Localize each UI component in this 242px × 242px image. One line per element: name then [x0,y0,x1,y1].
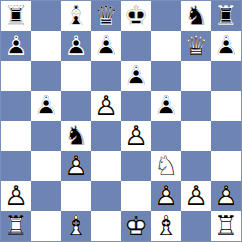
piece-white-pawn[interactable]: ♟♙ [211,181,241,211]
piece-black-rook[interactable]: ♜♖ [1,1,31,31]
chess-board: ♜♖♝♗♛♕♚♔♞♘♜♖♟♙♟♙♟♙♛♕♟♙♟♙♟♙♟♙♟♙♞♘♟♙♟♙♞♘♟♙… [0,0,242,242]
square-d6[interactable] [91,61,121,91]
square-d1[interactable] [91,211,121,241]
square-a2[interactable]: ♟♙ [1,181,31,211]
piece-white-knight[interactable]: ♞♘ [151,151,181,181]
square-b1[interactable] [31,211,61,241]
black-pawn-glyph-outline: ♙ [211,31,241,61]
piece-white-pawn[interactable]: ♟♙ [181,181,211,211]
piece-white-pawn[interactable]: ♟♙ [91,91,121,121]
black-pawn-glyph-outline: ♙ [151,91,181,121]
piece-white-bishop[interactable]: ♝♗ [61,211,91,241]
piece-black-rook[interactable]: ♜♖ [211,1,241,31]
square-a4[interactable] [1,121,31,151]
square-d3[interactable] [91,151,121,181]
square-h4[interactable] [211,121,241,151]
square-d5[interactable]: ♟♙ [91,91,121,121]
square-e4[interactable]: ♟♙ [121,121,151,151]
white-knight-glyph-outline: ♘ [151,151,181,181]
square-e1[interactable]: ♚♔ [121,211,151,241]
piece-white-king[interactable]: ♚♔ [121,211,151,241]
piece-white-queen[interactable]: ♛♕ [181,31,211,61]
square-b8[interactable] [31,1,61,31]
square-b7[interactable] [31,31,61,61]
square-h1[interactable]: ♜♖ [211,211,241,241]
white-pawn-glyph-outline: ♙ [181,181,211,211]
piece-black-pawn[interactable]: ♟♙ [31,91,61,121]
chess-board-container: ♜♖♝♗♛♕♚♔♞♘♜♖♟♙♟♙♟♙♛♕♟♙♟♙♟♙♟♙♟♙♞♘♟♙♟♙♞♘♟♙… [0,0,242,242]
piece-white-pawn[interactable]: ♟♙ [121,121,151,151]
square-c7[interactable]: ♟♙ [61,31,91,61]
square-g2[interactable]: ♟♙ [181,181,211,211]
piece-black-pawn[interactable]: ♟♙ [1,31,31,61]
black-rook-glyph-outline: ♖ [1,1,31,31]
square-a6[interactable] [1,61,31,91]
square-e6[interactable]: ♟♙ [121,61,151,91]
square-e3[interactable] [121,151,151,181]
white-rook-glyph-outline: ♖ [1,211,31,241]
black-king-glyph-outline: ♔ [121,1,151,31]
white-queen-glyph-outline: ♕ [181,31,211,61]
square-f4[interactable] [151,121,181,151]
square-g4[interactable] [181,121,211,151]
square-f7[interactable] [151,31,181,61]
square-h3[interactable] [211,151,241,181]
piece-black-bishop[interactable]: ♝♗ [61,1,91,31]
square-g1[interactable] [181,211,211,241]
square-c3[interactable]: ♟♙ [61,151,91,181]
square-g7[interactable]: ♛♕ [181,31,211,61]
square-h6[interactable] [211,61,241,91]
black-knight-glyph-outline: ♘ [61,121,91,151]
square-b3[interactable] [31,151,61,181]
piece-white-bishop[interactable]: ♝♗ [151,211,181,241]
square-a5[interactable] [1,91,31,121]
square-g3[interactable] [181,151,211,181]
square-b2[interactable] [31,181,61,211]
white-bishop-glyph-outline: ♗ [151,211,181,241]
square-f2[interactable]: ♟♙ [151,181,181,211]
square-a8[interactable]: ♜♖ [1,1,31,31]
square-b5[interactable]: ♟♙ [31,91,61,121]
piece-black-king[interactable]: ♚♔ [121,1,151,31]
square-c1[interactable]: ♝♗ [61,211,91,241]
piece-black-knight[interactable]: ♞♘ [61,121,91,151]
black-pawn-glyph-outline: ♙ [121,61,151,91]
square-h7[interactable]: ♟♙ [211,31,241,61]
square-d8[interactable]: ♛♕ [91,1,121,31]
piece-black-pawn[interactable]: ♟♙ [61,31,91,61]
square-d7[interactable]: ♟♙ [91,31,121,61]
piece-white-rook[interactable]: ♜♖ [1,211,31,241]
white-pawn-glyph-outline: ♙ [121,121,151,151]
square-h2[interactable]: ♟♙ [211,181,241,211]
square-e8[interactable]: ♚♔ [121,1,151,31]
square-g6[interactable] [181,61,211,91]
square-c6[interactable] [61,61,91,91]
white-pawn-glyph-outline: ♙ [151,181,181,211]
black-knight-glyph-outline: ♘ [181,1,211,31]
square-f1[interactable]: ♝♗ [151,211,181,241]
square-h5[interactable] [211,91,241,121]
piece-black-knight[interactable]: ♞♘ [181,1,211,31]
square-h8[interactable]: ♜♖ [211,1,241,31]
piece-black-pawn[interactable]: ♟♙ [91,31,121,61]
square-b6[interactable] [31,61,61,91]
piece-black-pawn[interactable]: ♟♙ [151,91,181,121]
square-e5[interactable] [121,91,151,121]
square-f3[interactable]: ♞♘ [151,151,181,181]
square-c5[interactable] [61,91,91,121]
square-c4[interactable]: ♞♘ [61,121,91,151]
black-rook-glyph-outline: ♖ [211,1,241,31]
black-pawn-glyph-outline: ♙ [31,91,61,121]
piece-white-pawn[interactable]: ♟♙ [1,181,31,211]
white-pawn-glyph-outline: ♙ [61,151,91,181]
square-a1[interactable]: ♜♖ [1,211,31,241]
white-pawn-glyph-outline: ♙ [1,181,31,211]
white-bishop-glyph-outline: ♗ [61,211,91,241]
piece-white-rook[interactable]: ♜♖ [211,211,241,241]
black-pawn-glyph-outline: ♙ [1,31,31,61]
piece-white-pawn[interactable]: ♟♙ [61,151,91,181]
square-g8[interactable]: ♞♘ [181,1,211,31]
square-a7[interactable]: ♟♙ [1,31,31,61]
piece-black-pawn[interactable]: ♟♙ [211,31,241,61]
white-pawn-glyph-outline: ♙ [91,91,121,121]
square-c8[interactable]: ♝♗ [61,1,91,31]
square-e2[interactable] [121,181,151,211]
square-d4[interactable] [91,121,121,151]
square-f5[interactable]: ♟♙ [151,91,181,121]
piece-white-pawn[interactable]: ♟♙ [151,181,181,211]
square-a3[interactable] [1,151,31,181]
black-queen-glyph-outline: ♕ [91,1,121,31]
square-d2[interactable] [91,181,121,211]
white-rook-glyph-outline: ♖ [211,211,241,241]
square-c2[interactable] [61,181,91,211]
square-b4[interactable] [31,121,61,151]
square-g5[interactable] [181,91,211,121]
piece-black-queen[interactable]: ♛♕ [91,1,121,31]
square-e7[interactable] [121,31,151,61]
square-f6[interactable] [151,61,181,91]
white-king-glyph-outline: ♔ [121,211,151,241]
white-pawn-glyph-outline: ♙ [211,181,241,211]
black-pawn-glyph-outline: ♙ [61,31,91,61]
black-bishop-glyph-outline: ♗ [61,1,91,31]
square-f8[interactable] [151,1,181,31]
black-pawn-glyph-outline: ♙ [91,31,121,61]
piece-black-pawn[interactable]: ♟♙ [121,61,151,91]
